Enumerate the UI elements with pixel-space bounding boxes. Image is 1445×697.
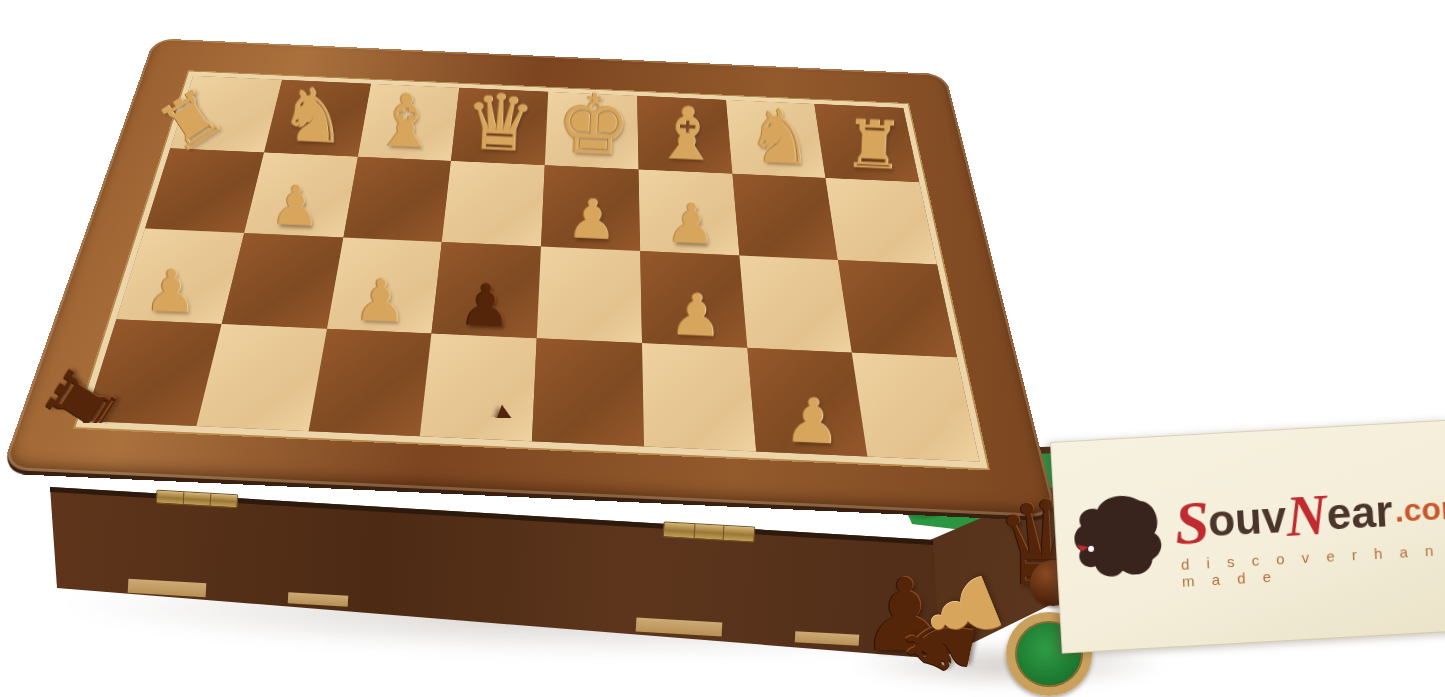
brand-ouv: ouv: [1207, 495, 1288, 543]
piece-dark-B-3-3: ♝: [471, 385, 572, 481]
square-2-0: ♟: [116, 228, 243, 323]
piece-light-P-3-6: ♟: [784, 389, 842, 453]
piece-light-R-0-0: ♜: [148, 77, 234, 165]
square-2-1: [222, 233, 343, 328]
square-2-4: [537, 246, 642, 342]
square-0-4: ♚: [545, 92, 639, 169]
open-lid-wrapper: ♜♞♝♛♚♝♞♜♟♟♟♟♟♟♟♜♝♟: [0, 0, 1092, 522]
chessboard-lid: ♜♞♝♛♚♝♞♜♟♟♟♟♟♟♟♜♝♟: [0, 38, 1059, 521]
piece-light-P-1-1: ♟: [269, 178, 321, 235]
square-3-0: ♜: [84, 319, 221, 426]
piece-light-B-0-5: ♝: [653, 96, 721, 172]
square-0-1: ♞: [264, 80, 371, 157]
piece-dark-R-3-0: ♜: [32, 354, 135, 454]
square-2-7: [838, 260, 957, 357]
square-0-0: ♜: [170, 76, 282, 152]
square-1-7: [826, 178, 937, 265]
square-0-3: ♛: [451, 88, 548, 165]
piece-light-N-0-6: ♞: [745, 98, 815, 175]
piece-light-N-0-1: ♞: [278, 77, 348, 154]
piece-light-P-2-5: ♟: [668, 284, 723, 344]
product-photo-scene: ♜♞♝♛♚♝♞♜♟♟♟♟♟♟♟♜♝♟ ♛ ♟ ♞ ♟ SouvNear.com …: [0, 0, 1445, 697]
square-2-2: ♟: [327, 237, 442, 333]
brand-card: SouvNear.com d i s c o v e r h a n d m a…: [1050, 420, 1445, 654]
lion-head-icon: [1069, 490, 1178, 592]
square-1-5: ♟: [638, 169, 739, 255]
square-3-3: ♝: [420, 333, 537, 441]
piece-light-P-1-4: ♟: [566, 191, 618, 248]
piece-dark-P-2-3: ♟: [458, 275, 513, 335]
piece-light-P-2-0: ♟: [143, 260, 198, 320]
board-light-border-strip: ♜♞♝♛♚♝♞♜♟♟♟♟♟♟♟♜♝♟: [75, 71, 987, 468]
square-0-2: ♝: [358, 84, 460, 161]
brand-letter-s: S: [1173, 490, 1211, 554]
brand-dot-com: .com: [1394, 491, 1445, 527]
piece-light-Q-0-3: ♛: [463, 82, 536, 163]
square-1-0: [145, 148, 264, 233]
square-0-5: ♝: [637, 96, 732, 174]
square-3-5: [642, 343, 756, 452]
square-1-2: [343, 156, 451, 242]
square-3-2: [308, 328, 432, 436]
square-1-4: ♟: [541, 165, 640, 251]
square-3-1: [196, 324, 326, 432]
square-1-3: [442, 161, 545, 247]
square-3-6: ♟: [747, 347, 868, 456]
square-2-5: ♟: [640, 251, 747, 348]
square-2-3: ♟: [432, 242, 541, 338]
piece-light-P-1-5: ♟: [665, 196, 717, 253]
square-1-1: ♟: [244, 152, 358, 237]
piece-light-K-0-4: ♚: [555, 82, 633, 168]
chessboard-grid: ♜♞♝♛♚♝♞♜♟♟♟♟♟♟♟♜♝♟: [84, 76, 979, 462]
brand-ear: ear: [1325, 489, 1393, 537]
square-3-7: [852, 352, 980, 461]
square-3-4: [532, 338, 644, 446]
square-2-6: [739, 255, 852, 352]
square-1-6: [732, 173, 838, 260]
piece-light-B-0-2: ♝: [372, 83, 440, 159]
piece-light-P-2-2: ♟: [353, 270, 408, 330]
brand-letter-n: N: [1285, 487, 1329, 545]
square-0-6: ♞: [726, 100, 826, 178]
piece-light-R-0-7: ♜: [842, 111, 904, 180]
square-0-7: ♜: [814, 104, 919, 182]
brand-text-block: SouvNear.com d i s c o v e r h a n d m a…: [1173, 476, 1445, 590]
